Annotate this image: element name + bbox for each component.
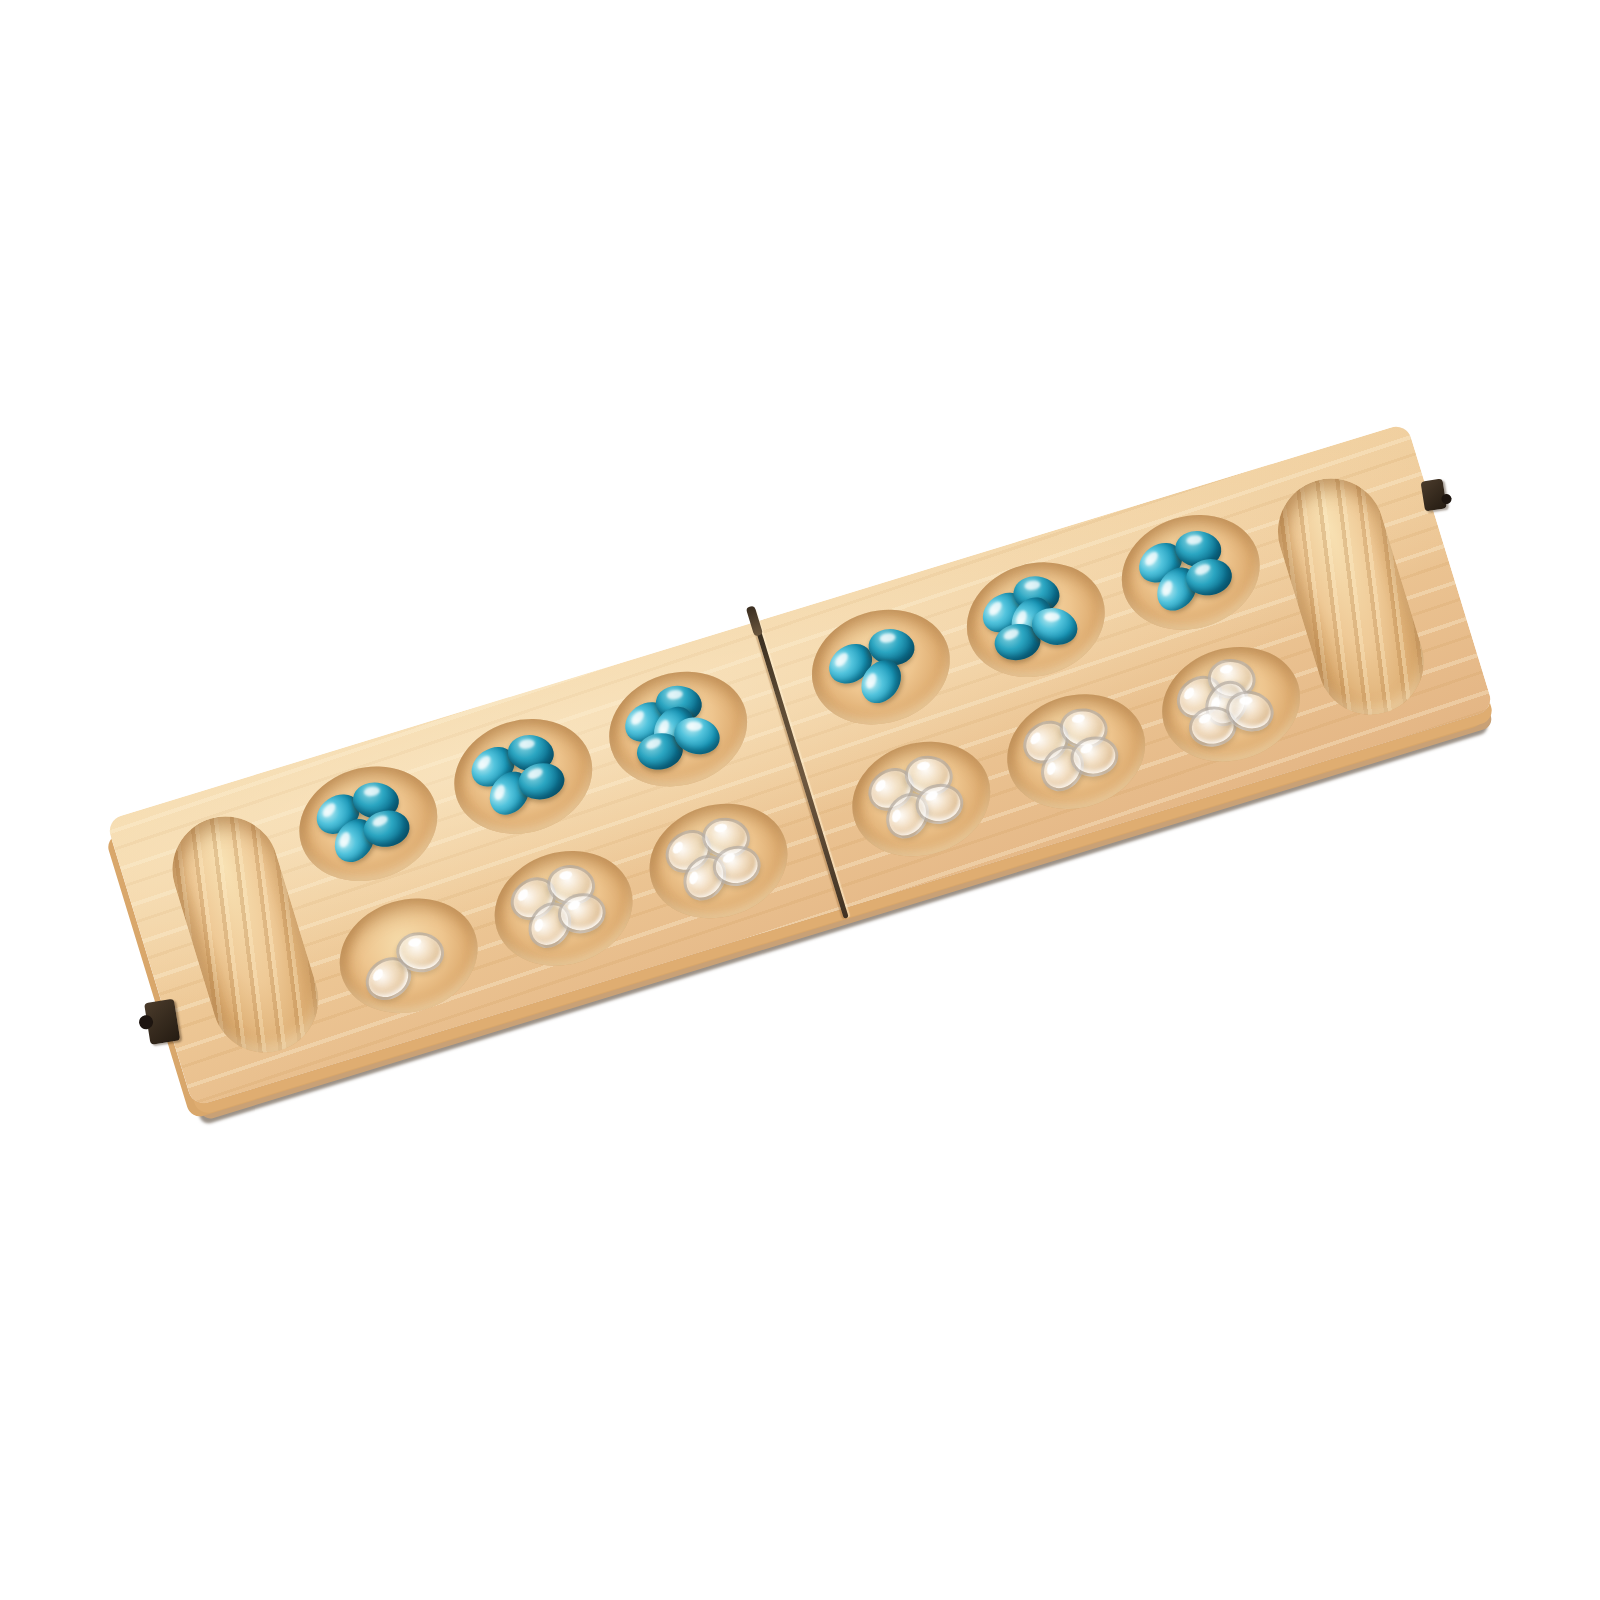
pit-near-3[interactable] <box>635 787 802 935</box>
pit-far-4[interactable] <box>798 593 965 741</box>
pit-near-2[interactable] <box>480 834 647 982</box>
pit-far-1[interactable] <box>285 750 452 898</box>
pit-near-5[interactable] <box>993 678 1160 826</box>
mancala-board <box>106 423 1494 1108</box>
board-left-half <box>106 622 844 1108</box>
product-photo-scene <box>0 0 1600 1600</box>
pit-near-6[interactable] <box>1148 630 1315 778</box>
pit-near-1[interactable] <box>325 882 492 1030</box>
board-right-half <box>756 423 1494 909</box>
pit-far-6[interactable] <box>1107 498 1274 646</box>
left-clasp-latch-icon <box>144 999 180 1045</box>
pit-far-5[interactable] <box>953 546 1120 694</box>
pit-near-4[interactable] <box>838 725 1005 873</box>
right-latch-icon <box>1421 478 1447 511</box>
pit-far-3[interactable] <box>595 655 762 803</box>
pit-far-2[interactable] <box>440 702 607 850</box>
